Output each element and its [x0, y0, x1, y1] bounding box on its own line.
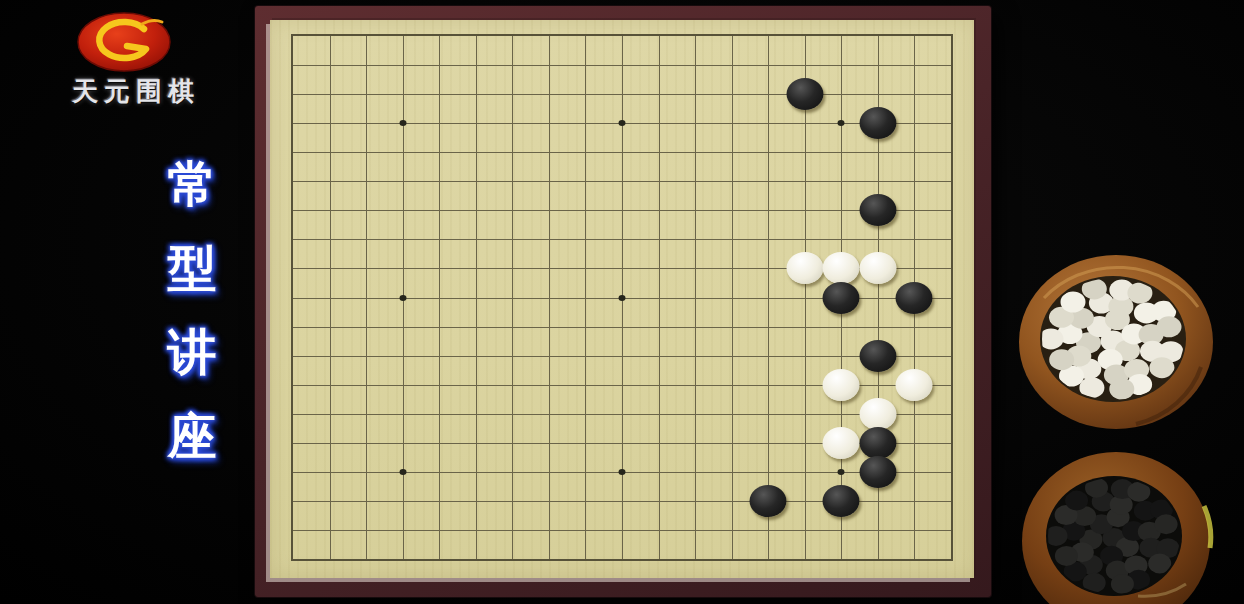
grid-line [293, 327, 951, 328]
hoshi-point [619, 295, 626, 301]
board-surface [270, 20, 974, 578]
program-title: 常 型 讲 座 [164, 160, 220, 461]
bowl-stone [1157, 316, 1182, 337]
tianyuan-go-logo: 天元围棋 [58, 8, 208, 103]
hoshi-point [399, 120, 406, 126]
stone-white [823, 252, 860, 284]
hoshi-point [619, 120, 626, 126]
channel-name: 天元围棋 [58, 74, 208, 109]
white-stones-bowl [1016, 252, 1216, 432]
hoshi-point [838, 469, 845, 475]
stone-white [786, 252, 823, 284]
program-title-char: 讲 [164, 328, 220, 377]
stone-black [896, 282, 933, 314]
stone-white [896, 369, 933, 401]
bowl-stone [1111, 574, 1134, 594]
grid-line [293, 530, 951, 531]
stone-black [859, 456, 896, 488]
bowl-stone [1049, 349, 1074, 370]
stone-black [859, 427, 896, 459]
grid-line [695, 36, 696, 559]
stone-white [859, 398, 896, 430]
bowl-stone [1055, 546, 1078, 566]
grid-line [293, 356, 951, 357]
program-title-char: 常 [164, 160, 220, 209]
black-stones-bowl [1018, 444, 1214, 604]
go-board [255, 6, 991, 597]
stone-black [786, 78, 823, 110]
hoshi-point [838, 120, 845, 126]
bowl-stone [1109, 379, 1134, 400]
logo-mark-icon [58, 8, 208, 76]
left-panel: 天元围棋 常 型 讲 座 [0, 0, 255, 604]
stone-black [859, 340, 896, 372]
stone-black [823, 282, 860, 314]
stone-black [750, 485, 787, 517]
grid-line [805, 36, 806, 559]
program-title-char: 座 [164, 412, 220, 461]
grid-line [659, 36, 660, 559]
bowl-stone [1155, 514, 1178, 534]
grid-line [732, 36, 733, 559]
stone-white [823, 369, 860, 401]
hoshi-point [399, 469, 406, 475]
grid-line [293, 414, 951, 415]
stone-black [859, 194, 896, 226]
hoshi-point [399, 295, 406, 301]
stone-white [859, 252, 896, 284]
tv-frame: 天元围棋 常 型 讲 座 [0, 0, 1244, 604]
board-grid [291, 34, 953, 561]
stone-black [859, 107, 896, 139]
stone-white [823, 427, 860, 459]
hoshi-point [619, 469, 626, 475]
stone-black [823, 485, 860, 517]
grid-line [768, 36, 769, 559]
program-title-char: 型 [164, 244, 220, 293]
